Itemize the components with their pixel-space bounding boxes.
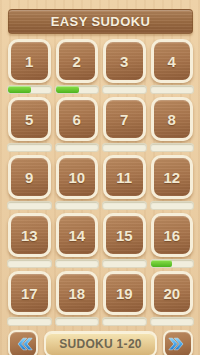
level-progress-track [55, 143, 100, 152]
level-number: 16 [163, 227, 180, 244]
level-number: 2 [73, 53, 81, 70]
footer-bar: SUDOKU 1-20 [8, 330, 193, 355]
level-grid: 1234567891011121314151617181920 [8, 39, 193, 326]
level-button-13[interactable]: 13 [8, 213, 51, 257]
level-number: 12 [163, 169, 180, 186]
prev-page-button[interactable] [8, 330, 38, 355]
level-button-17[interactable]: 17 [8, 271, 51, 315]
level-button-14[interactable]: 14 [56, 213, 99, 257]
level-cell: 7 [103, 97, 146, 152]
level-progress-track [55, 259, 100, 268]
level-progress-track [150, 85, 195, 94]
level-button-11[interactable]: 11 [103, 155, 146, 199]
level-button-9[interactable]: 9 [8, 155, 51, 199]
level-progress-track [102, 201, 147, 210]
level-progress-track [7, 143, 52, 152]
level-number: 14 [68, 227, 85, 244]
level-range-pill: SUDOKU 1-20 [44, 331, 157, 355]
level-cell: 8 [151, 97, 194, 152]
level-cell: 4 [151, 39, 194, 94]
level-number: 18 [68, 285, 85, 302]
level-cell: 6 [56, 97, 99, 152]
level-progress-track [150, 143, 195, 152]
level-progress-track [55, 201, 100, 210]
level-button-8[interactable]: 8 [151, 97, 194, 141]
level-cell: 19 [103, 271, 146, 326]
level-progress-track [102, 143, 147, 152]
level-button-7[interactable]: 7 [103, 97, 146, 141]
level-button-19[interactable]: 19 [103, 271, 146, 315]
level-cell: 11 [103, 155, 146, 210]
level-cell: 5 [8, 97, 51, 152]
level-progress-track [150, 201, 195, 210]
level-number: 15 [116, 227, 133, 244]
level-number: 3 [120, 53, 128, 70]
level-cell: 12 [151, 155, 194, 210]
level-progress-track [7, 317, 52, 326]
level-cell: 2 [56, 39, 99, 94]
next-page-button[interactable] [163, 330, 193, 355]
page-title: EASY SUDOKU [51, 14, 151, 29]
level-cell: 18 [56, 271, 99, 326]
level-cell: 16 [151, 213, 194, 268]
level-cell: 20 [151, 271, 194, 326]
level-range-label: SUDOKU 1-20 [59, 337, 142, 351]
level-button-6[interactable]: 6 [56, 97, 99, 141]
level-button-3[interactable]: 3 [103, 39, 146, 83]
double-chevron-left-icon [13, 336, 33, 352]
level-progress-track [55, 85, 100, 94]
level-button-2[interactable]: 2 [56, 39, 99, 83]
level-progress-fill [8, 86, 31, 93]
level-button-18[interactable]: 18 [56, 271, 99, 315]
level-progress-track [150, 317, 195, 326]
level-button-16[interactable]: 16 [151, 213, 194, 257]
level-button-12[interactable]: 12 [151, 155, 194, 199]
level-number: 9 [25, 169, 33, 186]
level-number: 6 [73, 111, 81, 128]
level-button-15[interactable]: 15 [103, 213, 146, 257]
level-number: 11 [116, 169, 132, 186]
level-button-4[interactable]: 4 [151, 39, 194, 83]
level-cell: 1 [8, 39, 51, 94]
level-number: 10 [68, 169, 85, 186]
level-progress-track [7, 85, 52, 94]
level-cell: 17 [8, 271, 51, 326]
level-progress-track [7, 259, 52, 268]
level-number: 20 [163, 285, 180, 302]
level-progress-track [102, 259, 147, 268]
double-chevron-right-icon [168, 336, 188, 352]
level-cell: 15 [103, 213, 146, 268]
header-bar: EASY SUDOKU [8, 9, 193, 34]
level-number: 7 [120, 111, 128, 128]
level-number: 5 [25, 111, 33, 128]
level-cell: 10 [56, 155, 99, 210]
level-button-1[interactable]: 1 [8, 39, 51, 83]
level-button-20[interactable]: 20 [151, 271, 194, 315]
level-button-10[interactable]: 10 [56, 155, 99, 199]
level-progress-fill [151, 260, 172, 267]
level-number: 8 [168, 111, 176, 128]
level-cell: 3 [103, 39, 146, 94]
level-cell: 13 [8, 213, 51, 268]
level-number: 17 [21, 285, 38, 302]
level-progress-track [102, 85, 147, 94]
level-number: 4 [168, 53, 176, 70]
level-progress-track [7, 201, 52, 210]
level-button-5[interactable]: 5 [8, 97, 51, 141]
level-number: 1 [25, 53, 33, 70]
level-cell: 14 [56, 213, 99, 268]
level-progress-track [102, 317, 147, 326]
level-progress-fill [56, 86, 79, 93]
level-progress-track [55, 317, 100, 326]
level-number: 13 [21, 227, 38, 244]
sudoku-level-select-screen: EASY SUDOKU 1234567891011121314151617181… [0, 0, 200, 355]
level-cell: 9 [8, 155, 51, 210]
level-progress-track [150, 259, 195, 268]
level-number: 19 [116, 285, 133, 302]
